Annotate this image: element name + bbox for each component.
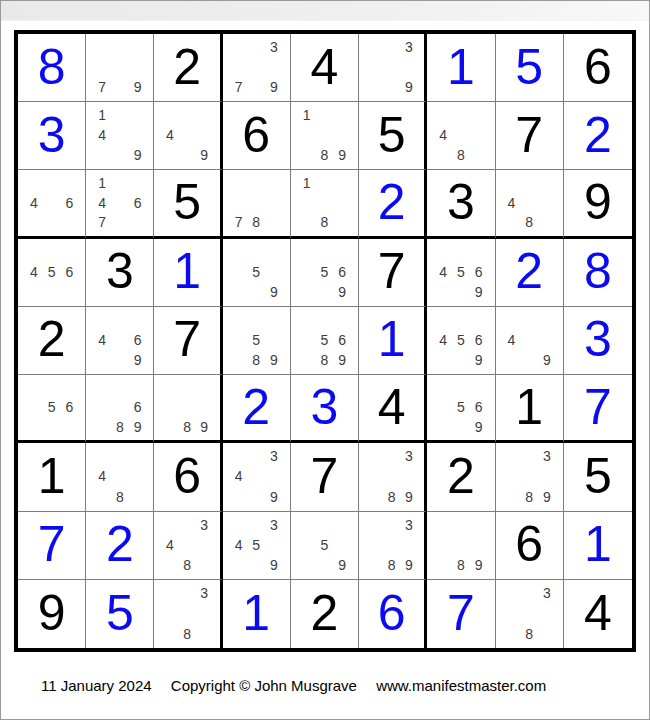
pencil-mark: 9 xyxy=(470,282,488,302)
entered-digit: 7 xyxy=(18,512,85,579)
cell-r1c5[interactable]: 4 xyxy=(291,34,359,102)
pencil-mark: 3 xyxy=(400,446,417,466)
pencil-mark: 3 xyxy=(400,37,417,57)
cell-r2c3[interactable]: 49 xyxy=(154,102,222,170)
cell-r6c8[interactable]: 1 xyxy=(496,375,564,443)
cell-r2c4[interactable]: 6 xyxy=(223,102,291,170)
given-digit: 6 xyxy=(564,34,632,101)
pencil-mark: 8 xyxy=(383,486,400,506)
candidate-grid: 349 xyxy=(223,443,290,510)
pencil-mark: 8 xyxy=(316,350,334,370)
candidate-grid: 4569 xyxy=(427,307,494,374)
pencil-mark: 8 xyxy=(520,486,538,506)
cell-r5c1[interactable]: 2 xyxy=(18,307,86,375)
candidate-grid: 48 xyxy=(427,102,494,169)
pencil-mark: 6 xyxy=(470,262,488,282)
cell-r2c2[interactable]: 149 xyxy=(86,102,154,170)
cell-r2c9[interactable]: 2 xyxy=(564,102,632,170)
pencil-mark: 4 xyxy=(503,193,521,212)
pencil-mark: 5 xyxy=(452,262,470,282)
cell-r4c4[interactable]: 59 xyxy=(223,239,291,307)
pencil-mark: 8 xyxy=(452,145,470,165)
candidate-grid: 46 xyxy=(18,170,85,235)
cell-r8c2[interactable]: 2 xyxy=(86,512,154,580)
cell-r8c6[interactable]: 389 xyxy=(359,512,427,580)
pencil-mark: 3 xyxy=(196,515,213,535)
entered-digit: 2 xyxy=(359,170,424,235)
entered-digit: 7 xyxy=(427,580,494,648)
cell-r7c5[interactable]: 7 xyxy=(291,443,359,511)
pencil-mark: 4 xyxy=(93,330,111,350)
given-digit: 7 xyxy=(154,307,219,374)
cell-r1c7[interactable]: 1 xyxy=(427,34,495,102)
pencil-mark: 6 xyxy=(333,262,351,282)
candidate-grid: 89 xyxy=(427,512,494,579)
cell-r3c3[interactable]: 5 xyxy=(154,170,222,238)
pencil-mark: 8 xyxy=(316,212,334,231)
pencil-mark: 4 xyxy=(434,330,452,350)
cell-r7c4[interactable]: 349 xyxy=(223,443,291,511)
pencil-mark: 8 xyxy=(452,555,470,575)
cell-r9c6[interactable]: 6 xyxy=(359,580,427,648)
pencil-mark: 4 xyxy=(503,330,521,350)
pencil-mark: 6 xyxy=(129,330,147,350)
given-digit: 2 xyxy=(291,580,358,648)
given-digit: 2 xyxy=(154,34,219,101)
cell-r5c8[interactable]: 49 xyxy=(496,307,564,375)
sudoku-page: 8792379439156314949618954872461467578182… xyxy=(0,0,650,720)
candidate-grid: 389 xyxy=(496,443,563,510)
cell-r6c9[interactable]: 7 xyxy=(564,375,632,443)
cell-r6c5[interactable]: 3 xyxy=(291,375,359,443)
pencil-mark: 9 xyxy=(470,350,488,370)
entered-digit: 1 xyxy=(427,34,494,101)
entered-digit: 8 xyxy=(564,239,632,306)
cell-r9c1[interactable]: 9 xyxy=(18,580,86,648)
given-digit: 2 xyxy=(18,307,85,374)
candidate-grid: 1467 xyxy=(86,170,153,235)
pencil-mark: 9 xyxy=(129,145,147,165)
pencil-mark: 8 xyxy=(111,417,129,436)
pencil-mark: 7 xyxy=(93,212,111,231)
given-digit: 4 xyxy=(291,34,358,101)
cell-r8c9[interactable]: 1 xyxy=(564,512,632,580)
given-digit: 6 xyxy=(496,512,563,579)
cell-r7c3[interactable]: 6 xyxy=(154,443,222,511)
pencil-mark: 8 xyxy=(179,417,196,436)
footer-website[interactable]: www.manifestmaster.com xyxy=(376,677,546,694)
given-digit: 5 xyxy=(359,102,424,169)
candidate-grid: 59 xyxy=(223,239,290,306)
candidate-grid: 569 xyxy=(291,239,358,306)
pencil-mark: 9 xyxy=(333,555,351,575)
pencil-mark: 9 xyxy=(129,350,147,370)
given-digit: 9 xyxy=(564,170,632,235)
pencil-mark: 5 xyxy=(247,330,265,350)
cell-r3c7[interactable]: 3 xyxy=(427,170,495,238)
pencil-mark: 9 xyxy=(265,282,283,302)
entered-digit: 2 xyxy=(223,375,290,440)
candidate-grid: 59 xyxy=(291,512,358,579)
pencil-mark: 4 xyxy=(434,125,452,145)
pencil-mark: 3 xyxy=(265,515,283,535)
entered-digit: 1 xyxy=(154,239,219,306)
cell-r8c8[interactable]: 6 xyxy=(496,512,564,580)
pencil-mark: 1 xyxy=(93,105,111,125)
pencil-mark: 9 xyxy=(470,555,488,575)
cell-r8c7[interactable]: 89 xyxy=(427,512,495,580)
pencil-mark: 7 xyxy=(230,77,248,97)
entered-digit: 5 xyxy=(496,34,563,101)
given-digit: 4 xyxy=(359,375,424,440)
pencil-mark: 8 xyxy=(179,624,196,644)
pencil-mark: 4 xyxy=(434,262,452,282)
cell-r4c1[interactable]: 456 xyxy=(18,239,86,307)
given-digit: 5 xyxy=(564,443,632,510)
cell-r5c6[interactable]: 1 xyxy=(359,307,427,375)
pencil-mark: 5 xyxy=(247,535,265,555)
pencil-mark: 8 xyxy=(520,624,538,644)
pencil-mark: 8 xyxy=(247,350,265,370)
pencil-mark: 8 xyxy=(111,486,129,506)
candidate-grid: 456 xyxy=(18,239,85,306)
pencil-mark: 6 xyxy=(333,330,351,350)
pencil-mark: 5 xyxy=(316,535,334,555)
cell-r6c4[interactable]: 2 xyxy=(223,375,291,443)
pencil-mark: 4 xyxy=(93,193,111,212)
given-digit: 9 xyxy=(18,580,85,648)
cell-r4c3[interactable]: 1 xyxy=(154,239,222,307)
given-digit: 6 xyxy=(154,443,219,510)
cell-r3c1[interactable]: 46 xyxy=(18,170,86,238)
pencil-mark: 7 xyxy=(230,212,248,231)
pencil-mark: 9 xyxy=(129,77,147,97)
pencil-mark: 9 xyxy=(265,350,283,370)
footer: 11 January 2024 Copyright © John Musgrav… xyxy=(41,677,546,694)
cell-r3c2[interactable]: 1467 xyxy=(86,170,154,238)
cell-r3c9[interactable]: 9 xyxy=(564,170,632,238)
pencil-mark: 8 xyxy=(179,555,196,575)
candidate-grid: 48 xyxy=(86,443,153,510)
pencil-mark: 3 xyxy=(196,583,213,603)
cell-r1c8[interactable]: 5 xyxy=(496,34,564,102)
candidate-grid: 389 xyxy=(359,512,424,579)
candidate-grid: 38 xyxy=(496,580,563,648)
cell-r5c2[interactable]: 469 xyxy=(86,307,154,375)
pencil-mark: 1 xyxy=(93,173,111,192)
cell-r9c5[interactable]: 2 xyxy=(291,580,359,648)
pencil-mark: 4 xyxy=(161,125,178,145)
pencil-mark: 3 xyxy=(265,37,283,57)
cell-r4c2[interactable]: 3 xyxy=(86,239,154,307)
given-digit: 7 xyxy=(496,102,563,169)
entered-digit: 6 xyxy=(359,580,424,648)
given-digit: 5 xyxy=(154,170,219,235)
candidate-grid: 689 xyxy=(86,375,153,440)
candidate-grid: 3459 xyxy=(223,512,290,579)
cell-r4c6[interactable]: 7 xyxy=(359,239,427,307)
pencil-mark: 9 xyxy=(470,417,488,436)
entered-digit: 2 xyxy=(564,102,632,169)
pencil-mark: 8 xyxy=(520,212,538,231)
cell-r5c5[interactable]: 5689 xyxy=(291,307,359,375)
window-top-strip xyxy=(1,1,649,21)
candidate-grid: 149 xyxy=(86,102,153,169)
cell-r6c6[interactable]: 4 xyxy=(359,375,427,443)
pencil-mark: 5 xyxy=(452,330,470,350)
footer-date: 11 January 2024 xyxy=(41,677,152,694)
pencil-mark: 3 xyxy=(538,583,556,603)
pencil-mark: 7 xyxy=(93,77,111,97)
cell-r2c5[interactable]: 189 xyxy=(291,102,359,170)
given-digit: 1 xyxy=(18,443,85,510)
pencil-mark: 9 xyxy=(333,282,351,302)
cell-r7c9[interactable]: 5 xyxy=(564,443,632,511)
given-digit: 2 xyxy=(427,443,494,510)
entered-digit: 3 xyxy=(564,307,632,374)
cell-r4c5[interactable]: 569 xyxy=(291,239,359,307)
candidate-grid: 89 xyxy=(154,375,219,440)
pencil-mark: 4 xyxy=(25,193,43,212)
entered-digit: 1 xyxy=(564,512,632,579)
cell-r4c8[interactable]: 2 xyxy=(496,239,564,307)
cell-r4c7[interactable]: 4569 xyxy=(427,239,495,307)
cell-r1c6[interactable]: 39 xyxy=(359,34,427,102)
pencil-mark: 9 xyxy=(129,417,147,436)
candidate-grid: 469 xyxy=(86,307,153,374)
entered-digit: 1 xyxy=(359,307,424,374)
cell-r1c2[interactable]: 79 xyxy=(86,34,154,102)
cell-r9c4[interactable]: 1 xyxy=(223,580,291,648)
pencil-mark: 9 xyxy=(196,145,213,165)
cell-r9c7[interactable]: 7 xyxy=(427,580,495,648)
pencil-mark: 9 xyxy=(265,77,283,97)
cell-r6c3[interactable]: 89 xyxy=(154,375,222,443)
pencil-mark: 6 xyxy=(60,398,78,417)
given-digit: 3 xyxy=(427,170,494,235)
cell-r5c9[interactable]: 3 xyxy=(564,307,632,375)
entered-digit: 3 xyxy=(291,375,358,440)
cell-r2c7[interactable]: 48 xyxy=(427,102,495,170)
entered-digit: 3 xyxy=(18,102,85,169)
pencil-mark: 9 xyxy=(538,350,556,370)
pencil-mark: 9 xyxy=(400,555,417,575)
pencil-mark: 3 xyxy=(400,515,417,535)
cell-r3c4[interactable]: 78 xyxy=(223,170,291,238)
cell-r7c7[interactable]: 2 xyxy=(427,443,495,511)
pencil-mark: 5 xyxy=(43,262,61,282)
candidate-grid: 189 xyxy=(291,102,358,169)
cell-r9c2[interactable]: 5 xyxy=(86,580,154,648)
entered-digit: 2 xyxy=(496,239,563,306)
cell-r8c4[interactable]: 3459 xyxy=(223,512,291,580)
cell-r7c6[interactable]: 389 xyxy=(359,443,427,511)
entered-digit: 8 xyxy=(18,34,85,101)
candidate-grid: 379 xyxy=(223,34,290,101)
candidate-grid: 78 xyxy=(223,170,290,235)
candidate-grid: 49 xyxy=(154,102,219,169)
pencil-mark: 4 xyxy=(230,466,248,486)
pencil-mark: 6 xyxy=(60,193,78,212)
pencil-mark: 4 xyxy=(93,466,111,486)
cell-r1c9[interactable]: 6 xyxy=(564,34,632,102)
pencil-mark: 6 xyxy=(129,193,147,212)
cell-r8c3[interactable]: 348 xyxy=(154,512,222,580)
pencil-mark: 3 xyxy=(538,446,556,466)
pencil-mark: 1 xyxy=(298,173,316,192)
cell-r9c9[interactable]: 4 xyxy=(564,580,632,648)
candidate-grid: 18 xyxy=(291,170,358,235)
pencil-mark: 3 xyxy=(265,446,283,466)
pencil-mark: 8 xyxy=(247,212,265,231)
pencil-mark: 9 xyxy=(333,350,351,370)
pencil-mark: 5 xyxy=(452,398,470,417)
pencil-mark: 9 xyxy=(538,486,556,506)
cell-r8c1[interactable]: 7 xyxy=(18,512,86,580)
candidate-grid: 389 xyxy=(359,443,424,510)
cell-r9c8[interactable]: 38 xyxy=(496,580,564,648)
candidate-grid: 48 xyxy=(496,170,563,235)
pencil-mark: 5 xyxy=(316,262,334,282)
pencil-mark: 9 xyxy=(333,145,351,165)
given-digit: 7 xyxy=(359,239,424,306)
candidate-grid: 5689 xyxy=(291,307,358,374)
pencil-mark: 9 xyxy=(265,486,283,506)
pencil-mark: 9 xyxy=(400,77,417,97)
cell-r3c5[interactable]: 18 xyxy=(291,170,359,238)
pencil-mark: 4 xyxy=(93,125,111,145)
sudoku-grid: 8792379439156314949618954872461467578182… xyxy=(14,30,636,652)
cell-r3c6[interactable]: 2 xyxy=(359,170,427,238)
given-digit: 4 xyxy=(564,580,632,648)
given-digit: 1 xyxy=(496,375,563,440)
cell-r7c8[interactable]: 389 xyxy=(496,443,564,511)
candidate-grid: 49 xyxy=(496,307,563,374)
pencil-mark: 4 xyxy=(25,262,43,282)
pencil-mark: 9 xyxy=(265,555,283,575)
candidate-grid: 39 xyxy=(359,34,424,101)
cell-r1c1[interactable]: 8 xyxy=(18,34,86,102)
cell-r7c1[interactable]: 1 xyxy=(18,443,86,511)
pencil-mark: 6 xyxy=(470,398,488,417)
cell-r8c5[interactable]: 59 xyxy=(291,512,359,580)
cell-r6c2[interactable]: 689 xyxy=(86,375,154,443)
cell-r1c4[interactable]: 379 xyxy=(223,34,291,102)
pencil-mark: 5 xyxy=(316,330,334,350)
cell-r5c4[interactable]: 589 xyxy=(223,307,291,375)
entered-digit: 7 xyxy=(564,375,632,440)
cell-r3c8[interactable]: 48 xyxy=(496,170,564,238)
pencil-mark: 6 xyxy=(60,262,78,282)
cell-r5c7[interactable]: 4569 xyxy=(427,307,495,375)
candidate-grid: 79 xyxy=(86,34,153,101)
cell-r6c7[interactable]: 569 xyxy=(427,375,495,443)
cell-r2c8[interactable]: 7 xyxy=(496,102,564,170)
cell-r5c3[interactable]: 7 xyxy=(154,307,222,375)
candidate-grid: 589 xyxy=(223,307,290,374)
cell-r1c3[interactable]: 2 xyxy=(154,34,222,102)
entered-digit: 1 xyxy=(223,580,290,648)
candidate-grid: 38 xyxy=(154,580,219,648)
pencil-mark: 6 xyxy=(129,398,147,417)
footer-copyright: Copyright © John Musgrave xyxy=(171,677,357,694)
given-digit: 3 xyxy=(86,239,153,306)
cell-r2c6[interactable]: 5 xyxy=(359,102,427,170)
pencil-mark: 9 xyxy=(196,417,213,436)
given-digit: 7 xyxy=(291,443,358,510)
cell-r4c9[interactable]: 8 xyxy=(564,239,632,307)
candidate-grid: 4569 xyxy=(427,239,494,306)
entered-digit: 2 xyxy=(86,512,153,579)
pencil-mark: 4 xyxy=(230,535,248,555)
cell-r7c2[interactable]: 48 xyxy=(86,443,154,511)
pencil-mark: 5 xyxy=(247,262,265,282)
pencil-mark: 8 xyxy=(383,555,400,575)
cell-r6c1[interactable]: 56 xyxy=(18,375,86,443)
entered-digit: 5 xyxy=(86,580,153,648)
candidate-grid: 569 xyxy=(427,375,494,440)
candidate-grid: 348 xyxy=(154,512,219,579)
pencil-mark: 5 xyxy=(43,398,61,417)
candidate-grid: 56 xyxy=(18,375,85,440)
pencil-mark: 4 xyxy=(161,535,178,555)
pencil-mark: 1 xyxy=(298,105,316,125)
pencil-mark: 9 xyxy=(400,486,417,506)
cell-r9c3[interactable]: 38 xyxy=(154,580,222,648)
cell-r2c1[interactable]: 3 xyxy=(18,102,86,170)
pencil-mark: 8 xyxy=(316,145,334,165)
given-digit: 6 xyxy=(223,102,290,169)
pencil-mark: 6 xyxy=(470,330,488,350)
